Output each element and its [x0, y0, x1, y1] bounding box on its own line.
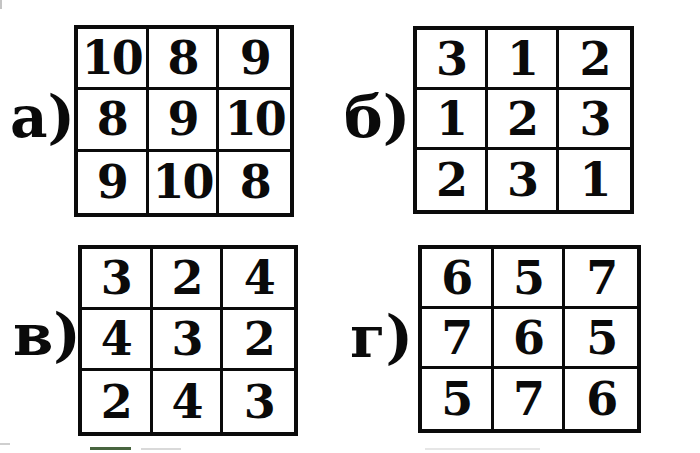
grid-cell: 4 [82, 310, 153, 371]
scan-artifact [141, 448, 181, 450]
puzzle-label-v: в) [13, 306, 81, 364]
grid-cell: 9 [219, 29, 290, 90]
scan-artifact [0, 0, 2, 9]
puzzle-grid-a: 10 8 9 8 9 10 9 10 8 [74, 25, 294, 217]
grid-cell: 9 [78, 152, 149, 213]
grid-cell: 3 [488, 150, 559, 210]
grid-cell: 7 [494, 369, 566, 429]
grid-cell: 10 [149, 152, 220, 213]
grid-cell: 10 [219, 90, 290, 151]
grid-cell: 2 [223, 310, 294, 371]
puzzle-grid-v: 3 2 4 4 3 2 2 4 3 [78, 245, 298, 436]
grid-cell: 2 [488, 90, 559, 150]
puzzle-grid-g: 6 5 7 7 6 5 5 7 6 [418, 245, 641, 433]
grid-cell: 6 [565, 369, 637, 429]
grid-cell: 7 [422, 309, 494, 369]
worksheet-page: а) 10 8 9 8 9 10 9 10 8 б) 3 1 2 1 2 3 2… [0, 0, 700, 453]
grid-cell: 2 [417, 150, 488, 210]
grid-cell: 3 [559, 90, 630, 150]
grid-cell: 7 [565, 249, 637, 309]
grid-cell: 1 [417, 90, 488, 150]
grid-cell: 6 [422, 249, 494, 309]
grid-cell: 1 [559, 150, 630, 210]
grid-cell: 8 [149, 29, 220, 90]
grid-cell: 2 [559, 30, 630, 90]
scan-artifact [0, 443, 10, 445]
grid-cell: 10 [78, 29, 149, 90]
grid-cell: 5 [494, 249, 566, 309]
puzzle-label-b: б) [344, 88, 410, 146]
puzzle-grid-b: 3 1 2 1 2 3 2 3 1 [413, 26, 634, 214]
grid-cell: 3 [82, 249, 153, 310]
grid-cell: 8 [219, 152, 290, 213]
grid-cell: 2 [153, 249, 224, 310]
grid-cell: 1 [488, 30, 559, 90]
puzzle-label-a: а) [10, 88, 75, 146]
grid-cell: 3 [153, 310, 224, 371]
grid-cell: 4 [223, 249, 294, 310]
scan-artifact [425, 448, 540, 450]
grid-cell: 3 [223, 371, 294, 432]
grid-cell: 5 [565, 309, 637, 369]
grid-cell: 2 [82, 371, 153, 432]
grid-cell: 8 [78, 90, 149, 151]
grid-cell: 3 [417, 30, 488, 90]
grid-cell: 4 [153, 371, 224, 432]
grid-cell: 6 [494, 309, 566, 369]
grid-cell: 9 [149, 90, 220, 151]
scan-artifact [90, 447, 131, 450]
grid-cell: 5 [422, 369, 494, 429]
puzzle-label-g: г) [350, 308, 413, 366]
